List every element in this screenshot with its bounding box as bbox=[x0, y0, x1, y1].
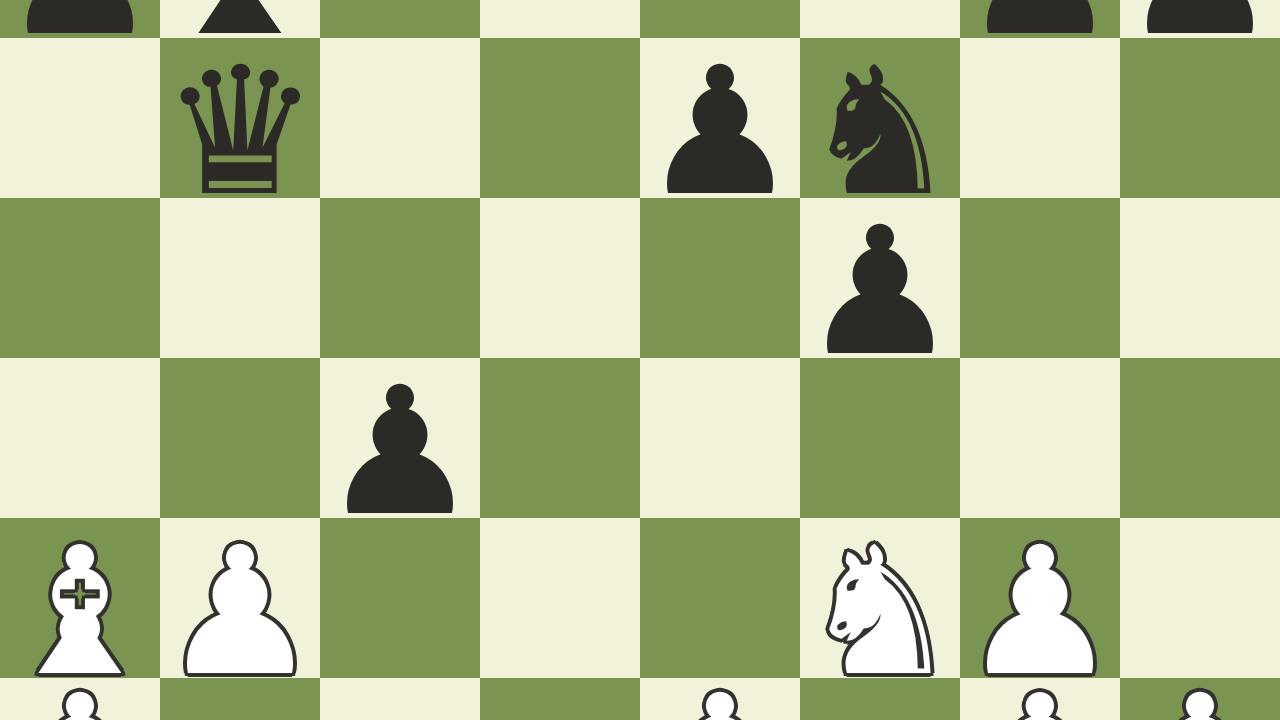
square-d7[interactable] bbox=[480, 0, 640, 38]
piece-black-queen[interactable]: ♛ bbox=[160, 52, 320, 212]
square-h5[interactable] bbox=[1120, 198, 1280, 358]
piece-white-bishop[interactable]: ♝ bbox=[960, 680, 1120, 720]
square-a6[interactable] bbox=[0, 38, 160, 198]
square-b3[interactable]: ♟ bbox=[160, 518, 320, 678]
square-f2[interactable] bbox=[800, 678, 960, 720]
square-d5[interactable] bbox=[480, 198, 640, 358]
piece-white-pawn[interactable]: ♟ bbox=[640, 680, 800, 720]
square-f5[interactable]: ♟ bbox=[800, 198, 960, 358]
piece-white-pawn[interactable]: ♟ bbox=[1120, 680, 1280, 720]
chess-board: ♟♝♟♟♛♟♞♟♟♝♟♞♟♟♟♝♟ bbox=[0, 0, 1280, 720]
square-c5[interactable] bbox=[320, 198, 480, 358]
square-d6[interactable] bbox=[480, 38, 640, 198]
square-b5[interactable] bbox=[160, 198, 320, 358]
board-viewport: ♟♝♟♟♛♟♞♟♟♝♟♞♟♟♟♝♟ bbox=[0, 0, 1280, 720]
square-h4[interactable] bbox=[1120, 358, 1280, 518]
square-f4[interactable] bbox=[800, 358, 960, 518]
square-h6[interactable] bbox=[1120, 38, 1280, 198]
square-g2[interactable]: ♝ bbox=[960, 678, 1120, 720]
square-e3[interactable] bbox=[640, 518, 800, 678]
square-a3[interactable]: ♝ bbox=[0, 518, 160, 678]
piece-black-pawn[interactable]: ♟ bbox=[320, 372, 480, 532]
square-f6[interactable]: ♞ bbox=[800, 38, 960, 198]
square-a4[interactable] bbox=[0, 358, 160, 518]
piece-white-pawn[interactable]: ♟ bbox=[0, 680, 160, 720]
square-g5[interactable] bbox=[960, 198, 1120, 358]
square-a2[interactable]: ♟ bbox=[0, 678, 160, 720]
piece-black-pawn[interactable]: ♟ bbox=[800, 212, 960, 372]
square-h3[interactable] bbox=[1120, 518, 1280, 678]
piece-black-pawn[interactable]: ♟ bbox=[640, 52, 800, 212]
square-b2[interactable] bbox=[160, 678, 320, 720]
square-c7[interactable] bbox=[320, 0, 480, 38]
square-d3[interactable] bbox=[480, 518, 640, 678]
square-e4[interactable] bbox=[640, 358, 800, 518]
square-e2[interactable]: ♟ bbox=[640, 678, 800, 720]
square-e6[interactable]: ♟ bbox=[640, 38, 800, 198]
square-b4[interactable] bbox=[160, 358, 320, 518]
piece-white-pawn[interactable]: ♟ bbox=[160, 532, 320, 692]
square-c6[interactable] bbox=[320, 38, 480, 198]
square-c3[interactable] bbox=[320, 518, 480, 678]
piece-white-knight[interactable]: ♞ bbox=[800, 532, 960, 692]
square-d4[interactable] bbox=[480, 358, 640, 518]
square-f3[interactable]: ♞ bbox=[800, 518, 960, 678]
square-a5[interactable] bbox=[0, 198, 160, 358]
piece-black-knight[interactable]: ♞ bbox=[800, 52, 960, 212]
square-c4[interactable]: ♟ bbox=[320, 358, 480, 518]
square-h7[interactable]: ♟ bbox=[1120, 0, 1280, 38]
square-g7[interactable]: ♟ bbox=[960, 0, 1120, 38]
square-h2[interactable]: ♟ bbox=[1120, 678, 1280, 720]
square-b6[interactable]: ♛ bbox=[160, 38, 320, 198]
square-e5[interactable] bbox=[640, 198, 800, 358]
square-g6[interactable] bbox=[960, 38, 1120, 198]
square-c2[interactable] bbox=[320, 678, 480, 720]
square-g4[interactable] bbox=[960, 358, 1120, 518]
square-d2[interactable] bbox=[480, 678, 640, 720]
square-a7[interactable]: ♟ bbox=[0, 0, 160, 38]
square-g3[interactable]: ♟ bbox=[960, 518, 1120, 678]
